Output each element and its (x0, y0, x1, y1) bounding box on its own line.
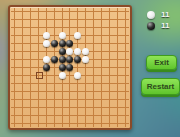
board-cell[interactable] (113, 103, 121, 111)
board-cell[interactable] (82, 79, 90, 87)
board-cell[interactable] (66, 119, 74, 127)
board-cell[interactable] (121, 103, 129, 111)
board-cell[interactable] (90, 32, 98, 40)
board-cell[interactable] (50, 32, 58, 40)
board-cell[interactable] (19, 119, 27, 127)
board-cell[interactable] (105, 95, 113, 103)
black-stone (51, 40, 58, 47)
board-cell[interactable] (105, 64, 113, 72)
board-cell[interactable] (90, 24, 98, 32)
board-cell[interactable] (105, 87, 113, 95)
board-cell[interactable] (58, 111, 66, 119)
board-cell[interactable] (42, 8, 50, 16)
board-cell[interactable] (74, 71, 82, 79)
board-cell[interactable] (90, 40, 98, 48)
board-cell[interactable] (105, 32, 113, 40)
white-stone (74, 48, 81, 55)
board-cell[interactable] (50, 8, 58, 16)
board-cell[interactable] (121, 71, 129, 79)
board-cell[interactable] (90, 48, 98, 56)
board-cell[interactable] (74, 40, 82, 48)
board-cell[interactable] (58, 64, 66, 72)
white-stone (59, 32, 66, 39)
board-cell[interactable] (11, 48, 19, 56)
board-cell[interactable] (121, 95, 129, 103)
board-cell[interactable] (113, 71, 121, 79)
board-cell[interactable] (90, 16, 98, 24)
black-stone (59, 56, 66, 63)
board-cell[interactable] (74, 119, 82, 127)
board-cell[interactable] (19, 40, 27, 48)
board-cell[interactable] (74, 32, 82, 40)
board-cell[interactable] (98, 87, 106, 95)
board-cell[interactable] (35, 56, 43, 64)
board-cell[interactable] (58, 95, 66, 103)
board-cell[interactable] (58, 119, 66, 127)
board-cell[interactable] (74, 48, 82, 56)
board-cell[interactable] (11, 79, 19, 87)
white-stone (43, 40, 50, 47)
board-cell[interactable] (105, 79, 113, 87)
board-cell[interactable] (98, 56, 106, 64)
board-cell[interactable] (105, 56, 113, 64)
board-cell[interactable] (42, 87, 50, 95)
board-cell[interactable] (27, 103, 35, 111)
board-cell[interactable] (105, 8, 113, 16)
black-stone (66, 40, 73, 47)
board-cell[interactable] (113, 48, 121, 56)
black-stone (59, 48, 66, 55)
board-cell[interactable] (66, 111, 74, 119)
board-cell[interactable] (113, 56, 121, 64)
board-cell[interactable] (74, 79, 82, 87)
board-cell[interactable] (27, 56, 35, 64)
board-cell[interactable] (113, 16, 121, 24)
board-cell[interactable] (98, 95, 106, 103)
board-cell[interactable] (98, 119, 106, 127)
board-cell[interactable] (50, 56, 58, 64)
board-cell[interactable] (66, 32, 74, 40)
board-cell[interactable] (82, 64, 90, 72)
board-cell[interactable] (35, 71, 43, 79)
board-cell[interactable] (50, 87, 58, 95)
black-count: 11 (161, 22, 169, 30)
board-cell[interactable] (113, 24, 121, 32)
board-cell[interactable] (98, 79, 106, 87)
board-cell[interactable] (19, 71, 27, 79)
board-cell[interactable] (113, 87, 121, 95)
black-stone (66, 56, 73, 63)
board-cell[interactable] (74, 64, 82, 72)
board-cell[interactable] (35, 111, 43, 119)
board-cell[interactable] (35, 79, 43, 87)
board-cell[interactable] (11, 103, 19, 111)
board-cell[interactable] (42, 103, 50, 111)
white-stone (74, 32, 81, 39)
board-cell[interactable] (121, 40, 129, 48)
board-cell[interactable] (74, 95, 82, 103)
board-cell[interactable] (50, 16, 58, 24)
board-cell[interactable] (35, 87, 43, 95)
board-cell[interactable] (58, 71, 66, 79)
board-cell[interactable] (121, 24, 129, 32)
board-cell[interactable] (58, 87, 66, 95)
board-cell[interactable] (19, 111, 27, 119)
board-cell[interactable] (105, 24, 113, 32)
board-cell[interactable] (58, 56, 66, 64)
board-cell[interactable] (113, 40, 121, 48)
board-cell[interactable] (35, 48, 43, 56)
board-cell[interactable] (66, 8, 74, 16)
board-cell[interactable] (90, 95, 98, 103)
board-cell[interactable] (42, 32, 50, 40)
board-cell[interactable] (66, 87, 74, 95)
board-cell[interactable] (82, 8, 90, 16)
board-cell[interactable] (74, 103, 82, 111)
board-cell[interactable] (27, 8, 35, 16)
board-cell[interactable] (27, 87, 35, 95)
board-cell[interactable] (113, 79, 121, 87)
board-cell[interactable] (11, 64, 19, 72)
white-stone (43, 56, 50, 63)
board-cell[interactable] (50, 111, 58, 119)
board-cell[interactable] (82, 48, 90, 56)
black-stone-icon (147, 22, 155, 30)
board-cell[interactable] (42, 111, 50, 119)
board-cell[interactable] (50, 119, 58, 127)
board-cell[interactable] (121, 32, 129, 40)
board-cell[interactable] (11, 71, 19, 79)
board-cell[interactable] (105, 71, 113, 79)
white-stone (82, 48, 89, 55)
board-cell[interactable] (74, 87, 82, 95)
board-cell[interactable] (105, 40, 113, 48)
board-cell[interactable] (58, 16, 66, 24)
board-cell[interactable] (27, 119, 35, 127)
board-cell[interactable] (105, 48, 113, 56)
board-cell[interactable] (105, 111, 113, 119)
board-cell[interactable] (82, 40, 90, 48)
board-cell[interactable] (50, 95, 58, 103)
board-cell[interactable] (66, 56, 74, 64)
board-cell[interactable] (66, 71, 74, 79)
board-cell[interactable] (42, 71, 50, 79)
board-cell[interactable] (42, 16, 50, 24)
board-cell[interactable] (42, 40, 50, 48)
black-stone (59, 40, 66, 47)
board-cell[interactable] (66, 103, 74, 111)
board-cell[interactable] (42, 56, 50, 64)
board-cell[interactable] (74, 56, 82, 64)
board-cell[interactable] (50, 79, 58, 87)
board-cell[interactable] (66, 24, 74, 32)
board-cell[interactable] (105, 16, 113, 24)
board-cell[interactable] (98, 64, 106, 72)
board-cell[interactable] (66, 40, 74, 48)
board-cell[interactable] (35, 8, 43, 16)
board-cell[interactable] (82, 87, 90, 95)
board-cell[interactable] (82, 71, 90, 79)
board-cell[interactable] (82, 16, 90, 24)
board-cell[interactable] (113, 32, 121, 40)
white-stone (82, 56, 89, 63)
white-count: 11 (161, 11, 169, 19)
board-cell[interactable] (19, 103, 27, 111)
board-cell[interactable] (19, 87, 27, 95)
board-cell[interactable] (50, 64, 58, 72)
board-cell[interactable] (35, 103, 43, 111)
board-cell[interactable] (98, 40, 106, 48)
board-cell[interactable] (90, 87, 98, 95)
board-cell[interactable] (58, 8, 66, 16)
board-cell[interactable] (113, 95, 121, 103)
board-cell[interactable] (74, 24, 82, 32)
board-cell[interactable] (66, 64, 74, 72)
board-cell[interactable] (98, 71, 106, 79)
black-stone (59, 64, 66, 71)
board-cell[interactable] (121, 119, 129, 127)
board-cell[interactable] (58, 103, 66, 111)
board-cell[interactable] (90, 79, 98, 87)
board-cell[interactable] (82, 32, 90, 40)
board-cell[interactable] (42, 79, 50, 87)
exit-button[interactable]: Exit (146, 55, 177, 70)
board-cell[interactable] (35, 95, 43, 103)
board-cell[interactable] (113, 64, 121, 72)
board-cell[interactable] (98, 8, 106, 16)
board-cell[interactable] (82, 103, 90, 111)
board-cell[interactable] (121, 87, 129, 95)
board-cell[interactable] (27, 111, 35, 119)
board-cell[interactable] (19, 79, 27, 87)
board-cell[interactable] (66, 95, 74, 103)
board-cell[interactable] (58, 32, 66, 40)
board-cell[interactable] (19, 32, 27, 40)
board-cell[interactable] (98, 16, 106, 24)
last-move-marker (36, 72, 43, 79)
board-cell[interactable] (42, 95, 50, 103)
black-stone (51, 56, 58, 63)
board-cell[interactable] (121, 56, 129, 64)
board-cell[interactable] (121, 79, 129, 87)
board-cell[interactable] (82, 56, 90, 64)
board-grid (11, 8, 129, 127)
white-stone-counter: 11 (147, 11, 169, 19)
board-cell[interactable] (11, 119, 19, 127)
board-cell[interactable] (19, 24, 27, 32)
board-cell[interactable] (121, 111, 129, 119)
board-cell[interactable] (42, 119, 50, 127)
board-cell[interactable] (19, 64, 27, 72)
board-cell[interactable] (35, 64, 43, 72)
board-cell[interactable] (105, 119, 113, 127)
board-cell[interactable] (74, 111, 82, 119)
board-cell[interactable] (19, 95, 27, 103)
board-cell[interactable] (19, 16, 27, 24)
gomoku-board (8, 5, 132, 130)
board-cell[interactable] (113, 8, 121, 16)
board-cell[interactable] (35, 32, 43, 40)
board-cell[interactable] (66, 79, 74, 87)
black-stone (66, 64, 73, 71)
board-cell[interactable] (90, 56, 98, 64)
board-cell[interactable] (90, 8, 98, 16)
board-cell[interactable] (11, 32, 19, 40)
board-cell[interactable] (90, 71, 98, 79)
board-cell[interactable] (19, 56, 27, 64)
board-cell[interactable] (42, 48, 50, 56)
board-cell[interactable] (50, 103, 58, 111)
board-cell[interactable] (90, 103, 98, 111)
board-cell[interactable] (98, 103, 106, 111)
board-cell[interactable] (74, 16, 82, 24)
board-cell[interactable] (35, 16, 43, 24)
board-cell[interactable] (121, 48, 129, 56)
board-cell[interactable] (50, 24, 58, 32)
board-cell[interactable] (82, 111, 90, 119)
board-cell[interactable] (58, 48, 66, 56)
black-stone (74, 56, 81, 63)
board-cell[interactable] (98, 24, 106, 32)
board-cell[interactable] (27, 40, 35, 48)
board-cell[interactable] (98, 48, 106, 56)
white-stone (66, 48, 73, 55)
board-cell[interactable] (82, 24, 90, 32)
board-cell[interactable] (11, 24, 19, 32)
board-cell[interactable] (58, 79, 66, 87)
black-stone (43, 64, 50, 71)
board-cell[interactable] (27, 48, 35, 56)
board-cell[interactable] (27, 64, 35, 72)
board-cell[interactable] (27, 79, 35, 87)
board-cell[interactable] (50, 71, 58, 79)
board-cell[interactable] (82, 119, 90, 127)
board-cell[interactable] (90, 64, 98, 72)
board-cell[interactable] (105, 103, 113, 111)
white-stone (43, 32, 50, 39)
board-cell[interactable] (121, 16, 129, 24)
board-cell[interactable] (42, 24, 50, 32)
board-cell[interactable] (113, 119, 121, 127)
board-cell[interactable] (66, 48, 74, 56)
board-cell[interactable] (66, 16, 74, 24)
board-cell[interactable] (11, 56, 19, 64)
board-cell[interactable] (27, 24, 35, 32)
board-cell[interactable] (35, 24, 43, 32)
white-stone-icon (147, 11, 155, 19)
board-cell[interactable] (90, 111, 98, 119)
white-stone (59, 72, 66, 79)
board-cell[interactable] (98, 32, 106, 40)
game-scene: 11 11 Exit Restart (0, 0, 180, 137)
board-cell[interactable] (35, 40, 43, 48)
board-cell[interactable] (98, 111, 106, 119)
board-cell[interactable] (19, 48, 27, 56)
board-cell[interactable] (113, 111, 121, 119)
board-cell[interactable] (19, 8, 27, 16)
restart-button[interactable]: Restart (141, 78, 180, 95)
board-cell[interactable] (82, 95, 90, 103)
board-cell[interactable] (50, 48, 58, 56)
board-cell[interactable] (27, 32, 35, 40)
board-cell[interactable] (58, 40, 66, 48)
black-stone-counter: 11 (147, 22, 169, 30)
board-cell[interactable] (121, 8, 129, 16)
board-cell[interactable] (11, 40, 19, 48)
board-cell[interactable] (42, 64, 50, 72)
board-cell[interactable] (27, 95, 35, 103)
board-cell[interactable] (11, 95, 19, 103)
board-cell[interactable] (11, 87, 19, 95)
board-cell[interactable] (11, 111, 19, 119)
board-cell[interactable] (27, 16, 35, 24)
white-stone (74, 72, 81, 79)
board-cell[interactable] (74, 8, 82, 16)
board-cell[interactable] (90, 119, 98, 127)
board-cell[interactable] (50, 40, 58, 48)
board-cell[interactable] (11, 16, 19, 24)
board-cell[interactable] (27, 71, 35, 79)
board-cell[interactable] (35, 119, 43, 127)
board-cell[interactable] (121, 64, 129, 72)
board-cell[interactable] (58, 24, 66, 32)
board-cell[interactable] (11, 8, 19, 16)
